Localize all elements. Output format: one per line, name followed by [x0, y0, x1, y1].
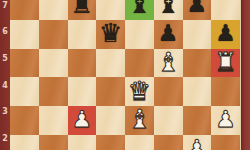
square-e6[interactable]	[125, 20, 154, 49]
square-c7[interactable]: ♜	[68, 0, 97, 20]
square-c2[interactable]	[68, 135, 97, 150]
square-b7[interactable]	[39, 0, 68, 20]
square-d7[interactable]	[96, 0, 125, 20]
black-pawn[interactable]: ♟	[215, 22, 236, 45]
square-h4[interactable]	[211, 77, 240, 106]
rank-label-4: 4	[0, 81, 10, 91]
square-h5[interactable]: ♜	[211, 49, 240, 78]
square-a7[interactable]	[10, 0, 39, 20]
square-c4[interactable]	[68, 77, 97, 106]
rank-label-2: 2	[0, 134, 10, 144]
square-g2[interactable]: ♟	[183, 135, 212, 150]
square-b3[interactable]	[39, 106, 68, 135]
rank-label-7: 7	[0, 1, 10, 11]
black-queen[interactable]: ♛	[99, 20, 122, 46]
square-d3[interactable]	[96, 106, 125, 135]
square-e2[interactable]	[125, 135, 154, 150]
square-d2[interactable]	[96, 135, 125, 150]
square-d6[interactable]: ♛	[96, 20, 125, 49]
square-h3[interactable]: ♟	[211, 106, 240, 135]
square-a6[interactable]	[10, 20, 39, 49]
white-pawn[interactable]: ♟	[72, 108, 93, 131]
square-a3[interactable]	[10, 106, 39, 135]
square-c6[interactable]	[68, 20, 97, 49]
white-queen[interactable]: ♛	[128, 78, 151, 104]
square-f3[interactable]	[154, 106, 183, 135]
white-bishop[interactable]: ♝	[128, 106, 151, 132]
rank-label-5: 5	[0, 54, 10, 64]
black-bishop[interactable]: ♝	[156, 0, 179, 17]
white-pawn[interactable]: ♟	[187, 137, 208, 150]
chess-board-screenshot: ♜♝♝♟♛♟♟♝♜♛♟♝♟♟ 765432	[0, 0, 250, 150]
square-f7[interactable]: ♝	[154, 0, 183, 20]
square-g4[interactable]	[183, 77, 212, 106]
square-g3[interactable]	[183, 106, 212, 135]
square-e5[interactable]	[125, 49, 154, 78]
square-f6[interactable]: ♟	[154, 20, 183, 49]
square-e3[interactable]: ♝	[125, 106, 154, 135]
square-f2[interactable]	[154, 135, 183, 150]
square-e7[interactable]: ♝	[125, 0, 154, 20]
black-pawn[interactable]: ♟	[187, 0, 208, 16]
square-d5[interactable]	[96, 49, 125, 78]
black-rook[interactable]: ♜	[70, 0, 93, 17]
board-left-border	[0, 0, 10, 150]
square-h6[interactable]: ♟	[211, 20, 240, 49]
square-f4[interactable]	[154, 77, 183, 106]
square-g7[interactable]: ♟	[183, 0, 212, 20]
square-b6[interactable]	[39, 20, 68, 49]
square-b4[interactable]	[39, 77, 68, 106]
rank-label-3: 3	[0, 107, 10, 117]
board-right-border	[240, 0, 250, 150]
square-g5[interactable]	[183, 49, 212, 78]
square-e4[interactable]: ♛	[125, 77, 154, 106]
square-h2[interactable]	[211, 135, 240, 150]
square-g6[interactable]	[183, 20, 212, 49]
square-c3[interactable]: ♟	[68, 106, 97, 135]
square-d4[interactable]	[96, 77, 125, 106]
square-h7[interactable]	[211, 0, 240, 20]
square-b5[interactable]	[39, 49, 68, 78]
white-rook[interactable]: ♜	[214, 49, 237, 75]
rank-label-6: 6	[0, 27, 10, 37]
square-b2[interactable]	[39, 135, 68, 150]
square-f5[interactable]: ♝	[154, 49, 183, 78]
square-a2[interactable]	[10, 135, 39, 150]
square-a5[interactable]	[10, 49, 39, 78]
black-bishop[interactable]: ♝	[128, 0, 151, 17]
black-pawn[interactable]: ♟	[158, 22, 179, 45]
square-a4[interactable]	[10, 77, 39, 106]
board: ♜♝♝♟♛♟♟♝♜♛♟♝♟♟	[10, 0, 240, 150]
white-pawn[interactable]: ♟	[215, 108, 236, 131]
white-bishop[interactable]: ♝	[156, 49, 179, 75]
square-c5[interactable]	[68, 49, 97, 78]
